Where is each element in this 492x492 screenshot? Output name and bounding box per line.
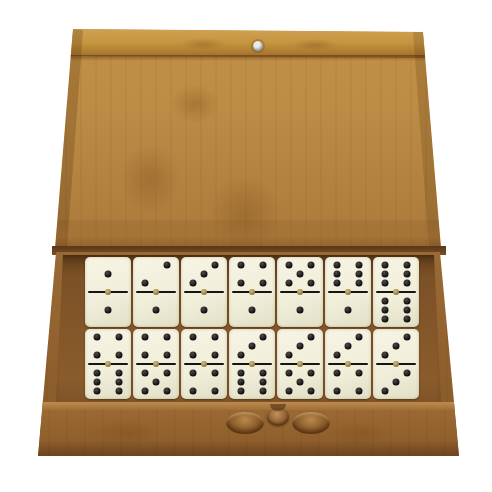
- pip: [404, 271, 411, 278]
- tile-half-top: [133, 329, 179, 363]
- domino-tile-2-1[interactable]: [133, 257, 179, 327]
- pip: [212, 351, 219, 358]
- pip: [333, 279, 340, 286]
- lid-rim: [50, 24, 448, 58]
- pip: [201, 271, 208, 278]
- pip: [381, 387, 388, 394]
- pip: [333, 351, 340, 358]
- pip: [260, 387, 267, 394]
- pip: [93, 370, 100, 377]
- pip: [237, 262, 244, 269]
- pip: [141, 387, 148, 394]
- clasp-right-lobe: [292, 412, 330, 434]
- pip: [141, 334, 148, 341]
- tile-half-top: [85, 329, 131, 363]
- domino-tile-1-1[interactable]: [85, 257, 131, 327]
- pip: [381, 298, 388, 305]
- pip: [356, 334, 363, 341]
- tile-half-top: [277, 329, 323, 363]
- domino-grid: [85, 257, 419, 399]
- pip: [393, 379, 400, 386]
- tile-half-bottom: [325, 293, 371, 327]
- pip: [260, 379, 267, 386]
- pip: [285, 370, 292, 377]
- tile-half-bottom: [181, 365, 227, 399]
- clasp-left-lobe: [226, 412, 264, 434]
- pip: [105, 271, 112, 278]
- pip: [285, 262, 292, 269]
- domino-tile-4-6[interactable]: [85, 329, 131, 399]
- pip: [201, 307, 208, 314]
- pip: [308, 262, 315, 269]
- wood-knot: [170, 84, 220, 124]
- pip: [93, 379, 100, 386]
- pip: [308, 279, 315, 286]
- pip: [237, 379, 244, 386]
- pip: [333, 271, 340, 278]
- pip: [297, 343, 304, 350]
- tile-half-top: [373, 329, 419, 363]
- pip: [381, 315, 388, 322]
- domino-tile-3-3[interactable]: [373, 329, 419, 399]
- tile-half-bottom: [85, 365, 131, 399]
- pip: [404, 315, 411, 322]
- wood-knot: [90, 420, 160, 446]
- pip: [164, 351, 171, 358]
- pip: [308, 334, 315, 341]
- pip: [153, 379, 160, 386]
- domino-tile-6-6[interactable]: [373, 257, 419, 327]
- domino-tile-4-1[interactable]: [229, 257, 275, 327]
- pip: [116, 334, 123, 341]
- pip: [381, 271, 388, 278]
- pip: [153, 307, 160, 314]
- pip: [212, 334, 219, 341]
- pip: [381, 262, 388, 269]
- pip: [93, 387, 100, 394]
- pip: [285, 279, 292, 286]
- pip: [116, 379, 123, 386]
- pip: [93, 334, 100, 341]
- pip: [249, 343, 256, 350]
- pip: [333, 370, 340, 377]
- pip: [189, 370, 196, 377]
- tile-half-bottom: [229, 365, 275, 399]
- tile-half-bottom: [277, 365, 323, 399]
- tile-half-bottom: [229, 293, 275, 327]
- domino-tile-4-5[interactable]: [133, 329, 179, 399]
- pip: [141, 370, 148, 377]
- pip: [237, 351, 244, 358]
- wood-knot: [120, 144, 180, 214]
- pip: [189, 334, 196, 341]
- tile-half-bottom: [325, 365, 371, 399]
- pip: [381, 279, 388, 286]
- domino-tile-5-1[interactable]: [277, 257, 323, 327]
- pip: [333, 387, 340, 394]
- tile-half-top: [325, 329, 371, 363]
- pip: [404, 262, 411, 269]
- pip: [356, 370, 363, 377]
- pip: [116, 387, 123, 394]
- pip: [93, 351, 100, 358]
- pip: [333, 262, 340, 269]
- lid-rim-shadow: [64, 55, 434, 61]
- pip: [212, 387, 219, 394]
- pip: [164, 370, 171, 377]
- wood-knot: [330, 422, 390, 446]
- pip: [237, 279, 244, 286]
- pip: [212, 262, 219, 269]
- pip: [116, 370, 123, 377]
- tile-half-bottom: [85, 293, 131, 327]
- pip: [393, 343, 400, 350]
- pip: [260, 370, 267, 377]
- pip: [141, 351, 148, 358]
- tile-half-top: [277, 257, 323, 291]
- pip: [404, 279, 411, 286]
- domino-tile-6-1[interactable]: [325, 257, 371, 327]
- rim-carving: [292, 39, 338, 51]
- tile-half-top: [229, 329, 275, 363]
- pip: [356, 387, 363, 394]
- product-photo: [0, 0, 492, 492]
- domino-tile-3-5[interactable]: [277, 329, 323, 399]
- tile-half-bottom: [133, 365, 179, 399]
- pip: [189, 351, 196, 358]
- pip: [356, 279, 363, 286]
- pip: [285, 387, 292, 394]
- pip: [249, 307, 256, 314]
- pip: [164, 387, 171, 394]
- tile-half-top: [373, 257, 419, 291]
- pip: [356, 271, 363, 278]
- tile-half-top: [85, 257, 131, 291]
- pip: [212, 370, 219, 377]
- domino-tile-4-4[interactable]: [181, 329, 227, 399]
- tile-half-bottom: [181, 293, 227, 327]
- pip: [260, 262, 267, 269]
- pip: [297, 379, 304, 386]
- pip: [164, 262, 171, 269]
- pip: [345, 307, 352, 314]
- pip: [285, 351, 292, 358]
- tile-half-bottom: [277, 293, 323, 327]
- pip: [404, 334, 411, 341]
- pip: [237, 370, 244, 377]
- pip: [297, 271, 304, 278]
- domino-tile-3-4[interactable]: [325, 329, 371, 399]
- pip: [189, 387, 196, 394]
- tile-half-top: [325, 257, 371, 291]
- tile-half-top: [133, 257, 179, 291]
- pip: [237, 387, 244, 394]
- tile-half-top: [181, 257, 227, 291]
- pip: [189, 279, 196, 286]
- pip: [356, 262, 363, 269]
- tile-half-bottom: [133, 293, 179, 327]
- pip: [381, 307, 388, 314]
- pip: [404, 307, 411, 314]
- tile-half-bottom: [373, 293, 419, 327]
- pip: [308, 370, 315, 377]
- domino-tile-3-6[interactable]: [229, 329, 275, 399]
- domino-tile-3-1[interactable]: [181, 257, 227, 327]
- rim-carving: [180, 38, 226, 50]
- clasp-carving: [218, 404, 338, 456]
- pip: [260, 334, 267, 341]
- pip: [105, 307, 112, 314]
- pip: [164, 334, 171, 341]
- pip: [308, 387, 315, 394]
- pip: [116, 351, 123, 358]
- tile-half-bottom: [373, 365, 419, 399]
- pip: [404, 370, 411, 377]
- pip: [404, 298, 411, 305]
- magnet-pin-icon: [253, 41, 263, 51]
- pip: [141, 279, 148, 286]
- tile-half-top: [181, 329, 227, 363]
- tile-half-top: [229, 257, 275, 291]
- pip: [381, 351, 388, 358]
- pip: [345, 343, 352, 350]
- pip: [297, 307, 304, 314]
- box-lid: [50, 24, 448, 250]
- pip: [260, 279, 267, 286]
